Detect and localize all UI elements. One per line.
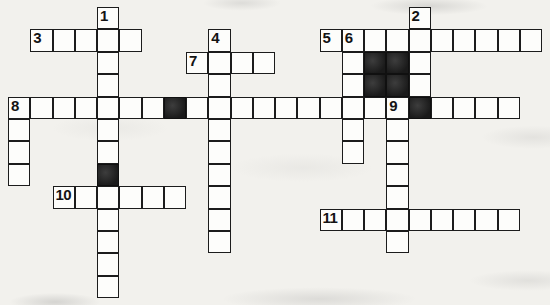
clue-number-1: 1 <box>100 7 108 25</box>
cell[interactable] <box>186 97 208 119</box>
clue-number-2: 2 <box>412 7 420 25</box>
cell[interactable] <box>97 253 119 275</box>
cell[interactable] <box>386 141 408 163</box>
cell[interactable] <box>364 97 386 119</box>
cell[interactable] <box>119 97 141 119</box>
cell[interactable]: 8 <box>8 97 30 119</box>
cell[interactable] <box>97 97 119 119</box>
clue-number-3: 3 <box>33 29 41 47</box>
cell[interactable] <box>475 97 497 119</box>
black-cell <box>364 74 386 96</box>
cell[interactable] <box>409 74 431 96</box>
black-cell <box>97 164 119 186</box>
cell[interactable] <box>275 97 297 119</box>
black-cell <box>386 74 408 96</box>
cell[interactable] <box>142 186 164 208</box>
cell[interactable] <box>453 29 475 51</box>
cell[interactable] <box>386 29 408 51</box>
cell[interactable]: 3 <box>30 29 52 51</box>
cell[interactable] <box>119 186 141 208</box>
crossword-board: 1234567891011 <box>8 7 542 298</box>
clue-number-8: 8 <box>11 97 19 115</box>
cell[interactable] <box>208 74 230 96</box>
cell[interactable] <box>97 52 119 74</box>
cell[interactable] <box>453 97 475 119</box>
cell[interactable] <box>342 141 364 163</box>
cell[interactable]: 5 <box>320 29 342 51</box>
cell[interactable]: 9 <box>386 97 408 119</box>
black-cell <box>409 97 431 119</box>
cell[interactable] <box>386 209 408 231</box>
cell[interactable] <box>431 209 453 231</box>
cell[interactable] <box>8 119 30 141</box>
cell[interactable]: 10 <box>53 186 75 208</box>
cell[interactable]: 6 <box>342 29 364 51</box>
cell[interactable] <box>208 209 230 231</box>
cell[interactable] <box>409 29 431 51</box>
cell[interactable] <box>320 97 342 119</box>
cell[interactable] <box>253 52 275 74</box>
cell[interactable]: 7 <box>186 52 208 74</box>
cell[interactable] <box>208 141 230 163</box>
cell[interactable] <box>75 186 97 208</box>
cell[interactable] <box>97 29 119 51</box>
cell[interactable] <box>75 29 97 51</box>
cell[interactable] <box>409 209 431 231</box>
cell[interactable]: 2 <box>409 7 431 29</box>
cell[interactable] <box>97 209 119 231</box>
cell[interactable] <box>97 74 119 96</box>
clue-number-5: 5 <box>323 29 331 47</box>
cell[interactable] <box>453 209 475 231</box>
cell[interactable] <box>164 186 186 208</box>
cell[interactable] <box>231 97 253 119</box>
cell[interactable] <box>475 29 497 51</box>
black-cell <box>164 97 186 119</box>
cell[interactable] <box>386 164 408 186</box>
clue-number-4: 4 <box>211 29 219 47</box>
cell[interactable] <box>520 29 542 51</box>
cell[interactable] <box>297 97 319 119</box>
cell[interactable] <box>386 231 408 253</box>
cell[interactable] <box>208 119 230 141</box>
clue-number-11: 11 <box>323 209 338 227</box>
clue-number-7: 7 <box>189 52 197 70</box>
cell[interactable] <box>364 209 386 231</box>
cell[interactable] <box>119 29 141 51</box>
cell[interactable] <box>431 97 453 119</box>
cell[interactable] <box>342 74 364 96</box>
cell[interactable] <box>431 29 453 51</box>
cell[interactable] <box>498 97 520 119</box>
cell[interactable] <box>30 97 52 119</box>
cell[interactable] <box>8 164 30 186</box>
cell[interactable] <box>386 119 408 141</box>
clue-number-6: 6 <box>345 29 353 47</box>
cell[interactable] <box>75 97 97 119</box>
cell[interactable] <box>97 119 119 141</box>
clue-number-9: 9 <box>389 97 397 115</box>
cell[interactable] <box>97 276 119 298</box>
cell[interactable] <box>208 231 230 253</box>
cell[interactable] <box>342 209 364 231</box>
cell[interactable] <box>8 141 30 163</box>
cell[interactable] <box>498 209 520 231</box>
cell[interactable]: 11 <box>320 209 342 231</box>
cell[interactable] <box>409 52 431 74</box>
cell[interactable] <box>253 97 275 119</box>
cell[interactable] <box>53 97 75 119</box>
cell[interactable] <box>208 97 230 119</box>
cell[interactable] <box>142 97 164 119</box>
clue-number-10: 10 <box>56 186 72 204</box>
cell[interactable] <box>53 29 75 51</box>
cell[interactable] <box>97 186 119 208</box>
cell[interactable] <box>231 52 253 74</box>
cell[interactable] <box>342 97 364 119</box>
cell[interactable] <box>208 52 230 74</box>
cell[interactable] <box>475 209 497 231</box>
black-cell <box>364 52 386 74</box>
cell[interactable] <box>342 119 364 141</box>
cell[interactable] <box>364 29 386 51</box>
cell[interactable]: 4 <box>208 29 230 51</box>
cell[interactable] <box>386 186 408 208</box>
cell[interactable] <box>97 231 119 253</box>
cell[interactable] <box>208 186 230 208</box>
scanned-page: 1234567891011 <box>0 0 550 305</box>
cell[interactable] <box>208 164 230 186</box>
cell[interactable]: 1 <box>97 7 119 29</box>
black-cell <box>386 52 408 74</box>
cell[interactable] <box>97 141 119 163</box>
cell[interactable] <box>498 29 520 51</box>
cell[interactable] <box>342 52 364 74</box>
